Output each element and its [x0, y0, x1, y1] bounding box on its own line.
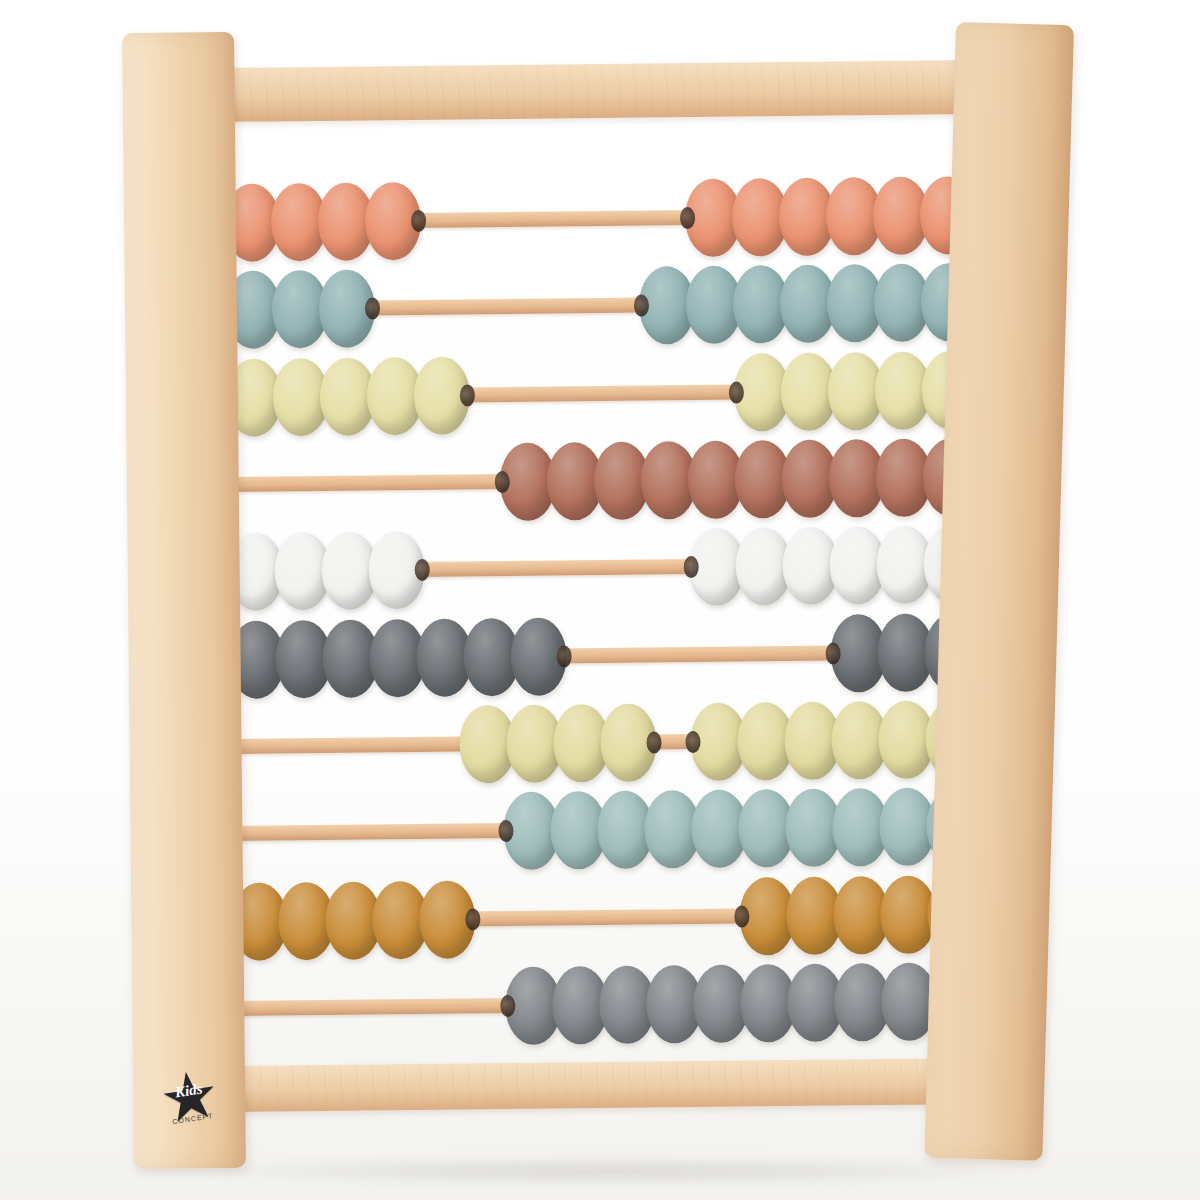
abacus: ★ Kids CONCEPT	[122, 23, 1086, 1169]
bead-group-left	[225, 352, 470, 441]
bead-row	[226, 434, 979, 528]
bead-group-right	[499, 434, 979, 525]
bead[interactable]	[365, 182, 422, 261]
bead-group-right	[505, 958, 985, 1049]
bead-row	[232, 958, 985, 1052]
bead-group-right	[639, 259, 978, 349]
bead-row	[229, 696, 982, 790]
bead[interactable]	[600, 703, 657, 782]
bead[interactable]	[319, 270, 376, 349]
bead-row	[225, 259, 978, 353]
bead-group-left	[459, 699, 657, 787]
bead-group-left	[224, 178, 422, 266]
top-rail	[188, 60, 1009, 123]
bead-group-right	[688, 521, 980, 610]
bead-rows	[224, 172, 985, 1052]
bead[interactable]	[419, 880, 476, 959]
bead-group-right	[503, 783, 983, 874]
bead-row	[224, 172, 977, 266]
bead-group-right	[685, 172, 977, 261]
bead-group-right	[733, 347, 978, 436]
left-post	[122, 32, 246, 1169]
bead-group-left	[227, 527, 425, 615]
bead[interactable]	[413, 356, 470, 435]
bead-row	[231, 871, 984, 965]
bead-group-left	[225, 266, 376, 354]
bead[interactable]	[368, 531, 425, 610]
bead-row	[227, 521, 980, 615]
product-photo-stage: ★ Kids CONCEPT	[0, 0, 1200, 1200]
bead-group-left	[231, 876, 476, 965]
wood-grain	[188, 60, 1009, 123]
bead[interactable]	[510, 617, 567, 696]
bottom-rail	[199, 1058, 1019, 1113]
wood-grain	[199, 1058, 1019, 1113]
bead-row	[228, 609, 981, 703]
bead-group-left	[228, 613, 567, 703]
bead-row	[230, 783, 983, 877]
bead-row	[225, 347, 978, 441]
